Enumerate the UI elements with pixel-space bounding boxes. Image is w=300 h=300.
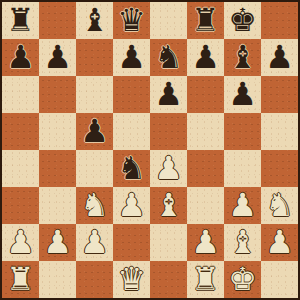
square-e7[interactable]: ♞ — [150, 39, 187, 76]
piece-white-king[interactable]: ♚ — [228, 261, 257, 298]
piece-white-pawn[interactable]: ♟ — [6, 224, 35, 261]
square-f7[interactable]: ♟ — [187, 39, 224, 76]
square-c7[interactable] — [76, 39, 113, 76]
piece-white-queen[interactable]: ♛ — [117, 261, 146, 298]
piece-black-pawn[interactable]: ♟ — [117, 39, 146, 76]
square-g5[interactable] — [224, 113, 261, 150]
square-e3[interactable]: ♝ — [150, 187, 187, 224]
square-e2[interactable] — [150, 224, 187, 261]
chess-board: ♜♝♛♜♚♟♟♟♞♟♝♟♟♟♟♞♟♞♟♝♟♞♟♟♟♟♝♟♜♛♜♚ — [0, 0, 300, 300]
square-c5[interactable]: ♟ — [76, 113, 113, 150]
piece-black-pawn[interactable]: ♟ — [43, 39, 72, 76]
square-a4[interactable] — [2, 150, 39, 187]
piece-black-pawn[interactable]: ♟ — [6, 39, 35, 76]
square-b8[interactable] — [39, 2, 76, 39]
square-g7[interactable]: ♝ — [224, 39, 261, 76]
piece-white-pawn[interactable]: ♟ — [43, 224, 72, 261]
square-d3[interactable]: ♟ — [113, 187, 150, 224]
square-d2[interactable] — [113, 224, 150, 261]
square-d5[interactable] — [113, 113, 150, 150]
square-h6[interactable] — [261, 76, 298, 113]
square-c4[interactable] — [76, 150, 113, 187]
square-b1[interactable] — [39, 261, 76, 298]
piece-black-rook[interactable]: ♜ — [191, 2, 220, 39]
piece-black-knight[interactable]: ♞ — [154, 39, 183, 76]
square-h5[interactable] — [261, 113, 298, 150]
square-g6[interactable]: ♟ — [224, 76, 261, 113]
piece-white-knight[interactable]: ♞ — [80, 187, 109, 224]
square-f6[interactable] — [187, 76, 224, 113]
square-d1[interactable]: ♛ — [113, 261, 150, 298]
piece-white-pawn[interactable]: ♟ — [265, 224, 294, 261]
square-a1[interactable]: ♜ — [2, 261, 39, 298]
square-e1[interactable] — [150, 261, 187, 298]
piece-white-pawn[interactable]: ♟ — [154, 150, 183, 187]
piece-black-pawn[interactable]: ♟ — [154, 76, 183, 113]
piece-white-pawn[interactable]: ♟ — [80, 224, 109, 261]
square-h7[interactable]: ♟ — [261, 39, 298, 76]
square-b7[interactable]: ♟ — [39, 39, 76, 76]
piece-black-queen[interactable]: ♛ — [117, 2, 146, 39]
square-h1[interactable] — [261, 261, 298, 298]
piece-white-pawn[interactable]: ♟ — [228, 187, 257, 224]
square-a8[interactable]: ♜ — [2, 2, 39, 39]
square-f4[interactable] — [187, 150, 224, 187]
square-g4[interactable] — [224, 150, 261, 187]
square-d6[interactable] — [113, 76, 150, 113]
piece-white-pawn[interactable]: ♟ — [191, 224, 220, 261]
square-f5[interactable] — [187, 113, 224, 150]
square-f1[interactable]: ♜ — [187, 261, 224, 298]
square-g1[interactable]: ♚ — [224, 261, 261, 298]
square-c2[interactable]: ♟ — [76, 224, 113, 261]
square-h2[interactable]: ♟ — [261, 224, 298, 261]
square-d4[interactable]: ♞ — [113, 150, 150, 187]
piece-black-knight[interactable]: ♞ — [117, 150, 146, 187]
square-e8[interactable] — [150, 2, 187, 39]
square-a5[interactable] — [2, 113, 39, 150]
square-d7[interactable]: ♟ — [113, 39, 150, 76]
square-e6[interactable]: ♟ — [150, 76, 187, 113]
piece-white-bishop[interactable]: ♝ — [228, 224, 257, 261]
square-h4[interactable] — [261, 150, 298, 187]
square-b6[interactable] — [39, 76, 76, 113]
square-f3[interactable] — [187, 187, 224, 224]
piece-black-king[interactable]: ♚ — [228, 2, 257, 39]
square-b5[interactable] — [39, 113, 76, 150]
square-e4[interactable]: ♟ — [150, 150, 187, 187]
square-e5[interactable] — [150, 113, 187, 150]
chess-board-screenshot: ♜♝♛♜♚♟♟♟♞♟♝♟♟♟♟♞♟♞♟♝♟♞♟♟♟♟♝♟♜♛♜♚ — [0, 0, 300, 300]
piece-white-pawn[interactable]: ♟ — [117, 187, 146, 224]
square-c8[interactable]: ♝ — [76, 2, 113, 39]
piece-white-rook[interactable]: ♜ — [191, 261, 220, 298]
square-a2[interactable]: ♟ — [2, 224, 39, 261]
square-c1[interactable] — [76, 261, 113, 298]
square-g3[interactable]: ♟ — [224, 187, 261, 224]
piece-black-pawn[interactable]: ♟ — [80, 113, 109, 150]
square-c6[interactable] — [76, 76, 113, 113]
square-c3[interactable]: ♞ — [76, 187, 113, 224]
piece-black-bishop[interactable]: ♝ — [80, 2, 109, 39]
square-a3[interactable] — [2, 187, 39, 224]
piece-black-bishop[interactable]: ♝ — [228, 39, 257, 76]
piece-black-pawn[interactable]: ♟ — [265, 39, 294, 76]
square-h3[interactable]: ♞ — [261, 187, 298, 224]
square-h8[interactable] — [261, 2, 298, 39]
piece-white-bishop[interactable]: ♝ — [154, 187, 183, 224]
piece-black-pawn[interactable]: ♟ — [228, 76, 257, 113]
square-g2[interactable]: ♝ — [224, 224, 261, 261]
piece-white-rook[interactable]: ♜ — [6, 261, 35, 298]
square-d8[interactable]: ♛ — [113, 2, 150, 39]
piece-white-knight[interactable]: ♞ — [265, 187, 294, 224]
square-f8[interactable]: ♜ — [187, 2, 224, 39]
square-a7[interactable]: ♟ — [2, 39, 39, 76]
square-g8[interactable]: ♚ — [224, 2, 261, 39]
square-b4[interactable] — [39, 150, 76, 187]
square-f2[interactable]: ♟ — [187, 224, 224, 261]
square-b2[interactable]: ♟ — [39, 224, 76, 261]
square-b3[interactable] — [39, 187, 76, 224]
piece-black-rook[interactable]: ♜ — [6, 2, 35, 39]
piece-black-pawn[interactable]: ♟ — [191, 39, 220, 76]
square-a6[interactable] — [2, 76, 39, 113]
